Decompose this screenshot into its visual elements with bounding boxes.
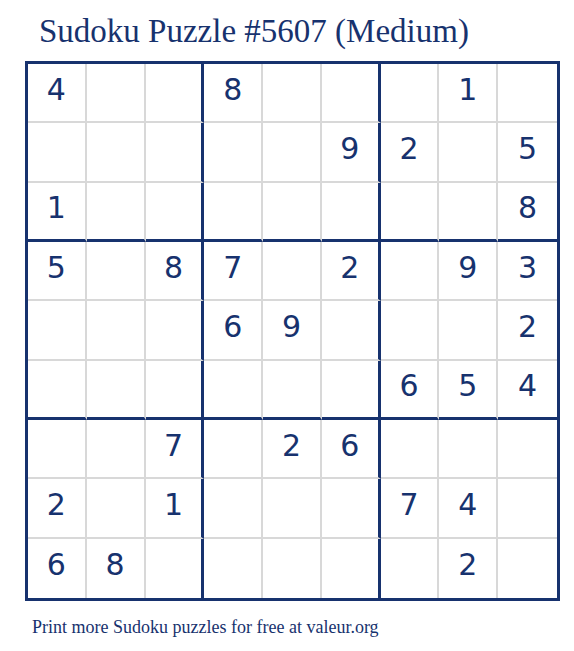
cell-r3c2 — [87, 183, 146, 242]
cell-r7c7 — [381, 420, 440, 479]
cell-digit: 2 — [340, 253, 359, 283]
cell-digit: 8 — [164, 253, 183, 283]
cell-r6c2 — [87, 361, 146, 420]
sudoku-board: 481925185872936926547262174682 — [25, 61, 560, 601]
cell-r7c5: 2 — [263, 420, 322, 479]
cell-r3c3 — [146, 183, 205, 242]
cell-r9c7 — [381, 539, 440, 598]
cell-r4c7 — [381, 242, 440, 301]
cell-r1c3 — [146, 64, 205, 123]
cell-r6c9: 4 — [498, 361, 557, 420]
cell-r2c4 — [204, 123, 263, 182]
cell-digit: 4 — [458, 490, 477, 520]
cell-r8c2 — [87, 479, 146, 538]
cell-r9c5 — [263, 539, 322, 598]
cell-r6c4 — [204, 361, 263, 420]
cell-r7c6: 6 — [322, 420, 381, 479]
cell-r4c9: 3 — [498, 242, 557, 301]
cell-r1c2 — [87, 64, 146, 123]
cell-r7c2 — [87, 420, 146, 479]
cell-r5c6 — [322, 301, 381, 360]
cell-r5c1 — [28, 301, 87, 360]
cell-r1c1: 4 — [28, 64, 87, 123]
cell-r8c7: 7 — [381, 479, 440, 538]
cell-digit: 9 — [282, 312, 301, 342]
cell-r4c4: 7 — [204, 242, 263, 301]
cell-digit: 1 — [458, 75, 477, 105]
cell-r3c7 — [381, 183, 440, 242]
cell-r6c5 — [263, 361, 322, 420]
cell-r9c1: 6 — [28, 539, 87, 598]
cell-r1c8: 1 — [439, 64, 498, 123]
cell-r5c4: 6 — [204, 301, 263, 360]
cell-digit: 6 — [340, 431, 359, 461]
cell-r5c7 — [381, 301, 440, 360]
cell-r9c2: 8 — [87, 539, 146, 598]
cell-r6c1 — [28, 361, 87, 420]
cell-r8c4 — [204, 479, 263, 538]
cell-r8c5 — [263, 479, 322, 538]
cell-r8c3: 1 — [146, 479, 205, 538]
cell-r6c3 — [146, 361, 205, 420]
cell-r7c8 — [439, 420, 498, 479]
cell-digit: 6 — [47, 550, 66, 580]
cell-r7c4 — [204, 420, 263, 479]
cell-r8c9 — [498, 479, 557, 538]
cell-r4c3: 8 — [146, 242, 205, 301]
cell-digit: 6 — [223, 312, 242, 342]
cell-r2c3 — [146, 123, 205, 182]
cell-r3c8 — [439, 183, 498, 242]
cell-r8c8: 4 — [439, 479, 498, 538]
cell-r2c9: 5 — [498, 123, 557, 182]
cell-r2c8 — [439, 123, 498, 182]
cell-r8c6 — [322, 479, 381, 538]
cell-r5c3 — [146, 301, 205, 360]
cell-r4c5 — [263, 242, 322, 301]
cell-r9c6 — [322, 539, 381, 598]
cell-r4c6: 2 — [322, 242, 381, 301]
cell-digit: 9 — [340, 134, 359, 164]
cell-digit: 8 — [106, 550, 125, 580]
cell-r8c1: 2 — [28, 479, 87, 538]
cell-digit: 2 — [458, 550, 477, 580]
cell-digit: 7 — [164, 431, 183, 461]
cell-r2c1 — [28, 123, 87, 182]
cell-digit: 8 — [518, 193, 537, 223]
cell-digit: 1 — [47, 193, 66, 223]
cell-r2c6: 9 — [322, 123, 381, 182]
cell-r2c2 — [87, 123, 146, 182]
cell-r9c9 — [498, 539, 557, 598]
cell-r4c8: 9 — [439, 242, 498, 301]
cell-r1c4: 8 — [204, 64, 263, 123]
cell-r9c3 — [146, 539, 205, 598]
cell-r4c2 — [87, 242, 146, 301]
cell-digit: 2 — [400, 134, 419, 164]
cell-r3c4 — [204, 183, 263, 242]
cell-r3c6 — [322, 183, 381, 242]
cell-digit: 2 — [518, 312, 537, 342]
sudoku-page: Sudoku Puzzle #5607 (Medium) 48192518587… — [0, 0, 574, 651]
cell-digit: 6 — [400, 371, 419, 401]
cell-r6c6 — [322, 361, 381, 420]
cell-r5c5: 9 — [263, 301, 322, 360]
cell-r9c8: 2 — [439, 539, 498, 598]
cell-r1c6 — [322, 64, 381, 123]
cell-r4c1: 5 — [28, 242, 87, 301]
cell-r3c5 — [263, 183, 322, 242]
cell-r5c9: 2 — [498, 301, 557, 360]
cell-r2c5 — [263, 123, 322, 182]
cell-digit: 7 — [223, 253, 242, 283]
cell-digit: 4 — [47, 75, 66, 105]
cell-r1c9 — [498, 64, 557, 123]
page-title: Sudoku Puzzle #5607 (Medium) — [39, 13, 469, 50]
cell-r7c1 — [28, 420, 87, 479]
cell-digit: 5 — [518, 134, 537, 164]
cell-digit: 3 — [518, 253, 537, 283]
cell-r1c5 — [263, 64, 322, 123]
cell-r3c9: 8 — [498, 183, 557, 242]
cell-digit: 1 — [164, 490, 183, 520]
cell-r6c8: 5 — [439, 361, 498, 420]
cell-digit: 8 — [223, 75, 242, 105]
cell-r7c3: 7 — [146, 420, 205, 479]
cell-digit: 4 — [518, 371, 537, 401]
cell-r5c2 — [87, 301, 146, 360]
cell-digit: 2 — [47, 490, 66, 520]
cell-r1c7 — [381, 64, 440, 123]
footer-credit: Print more Sudoku puzzles for free at va… — [32, 617, 379, 638]
cell-r3c1: 1 — [28, 183, 87, 242]
cell-r7c9 — [498, 420, 557, 479]
cell-digit: 9 — [458, 253, 477, 283]
cell-r2c7: 2 — [381, 123, 440, 182]
cell-digit: 2 — [282, 431, 301, 461]
cell-digit: 7 — [400, 490, 419, 520]
cell-r6c7: 6 — [381, 361, 440, 420]
cell-digit: 5 — [47, 253, 66, 283]
cell-digit: 5 — [458, 371, 477, 401]
cell-r9c4 — [204, 539, 263, 598]
cell-r5c8 — [439, 301, 498, 360]
